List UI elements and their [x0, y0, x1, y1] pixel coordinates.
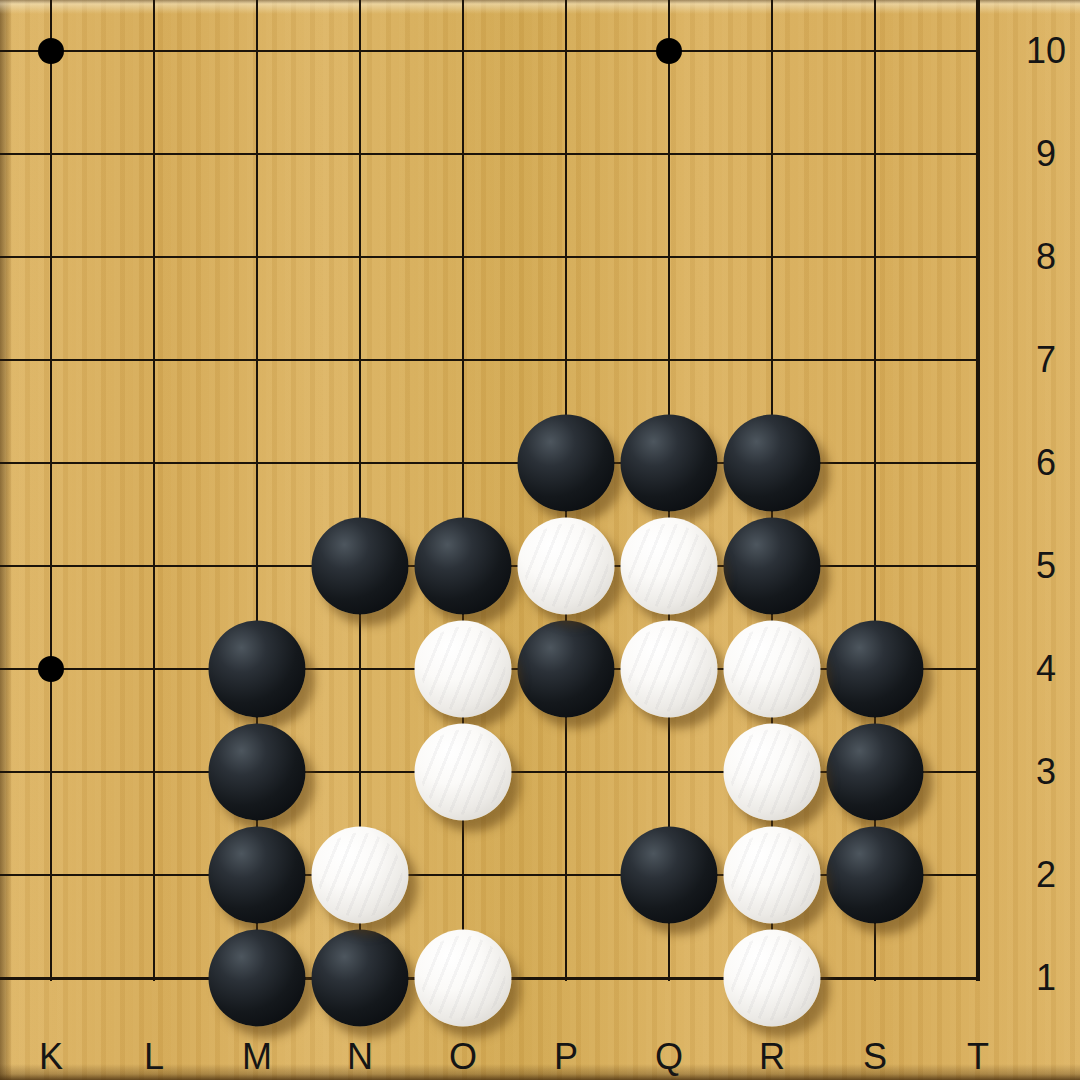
- row-labels: 10987654321: [0, 0, 1080, 1080]
- go-board[interactable]: KLMNOPQRST 10987654321: [0, 0, 1080, 1080]
- row-label-8: 8: [1004, 234, 1080, 280]
- row-label-1: 1: [1004, 955, 1080, 1001]
- row-label-3: 3: [1004, 749, 1080, 795]
- row-label-9: 9: [1004, 131, 1080, 177]
- row-label-2: 2: [1004, 852, 1080, 898]
- row-label-7: 7: [1004, 337, 1080, 383]
- row-label-5: 5: [1004, 543, 1080, 589]
- row-label-10: 10: [1004, 28, 1080, 74]
- row-label-4: 4: [1004, 646, 1080, 692]
- row-label-6: 6: [1004, 440, 1080, 486]
